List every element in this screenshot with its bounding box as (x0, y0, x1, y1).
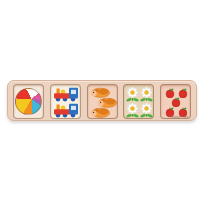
counting-tray-board: © Bigjigs Toys (7, 80, 197, 121)
slot-1-items (14, 85, 43, 118)
beach-ball-icon (15, 88, 42, 115)
slot-5-apples[interactable] (160, 84, 191, 119)
slot-3-guinea-pigs[interactable] (87, 84, 118, 119)
apple-icon (171, 97, 181, 107)
slot-2-items (51, 85, 80, 118)
slot-4-daisies[interactable] (123, 84, 154, 119)
slot-5-items (161, 85, 190, 118)
slot-3-items (88, 85, 117, 118)
slot-2-toy-trains[interactable] (50, 84, 81, 119)
daisy-icon (140, 87, 153, 102)
copyright-text: © Bigjigs Toys (168, 115, 188, 119)
toy-train-icon (53, 103, 79, 118)
guinea-pig-icon (90, 107, 110, 118)
toy-train-icon (53, 87, 79, 102)
slot-1-beach-ball[interactable] (13, 84, 44, 119)
slot-4-items (124, 85, 153, 118)
daisy-icon (126, 87, 139, 102)
daisy-icon (140, 103, 153, 118)
scene: © Bigjigs Toys (0, 0, 200, 200)
daisy-icon (126, 103, 139, 118)
